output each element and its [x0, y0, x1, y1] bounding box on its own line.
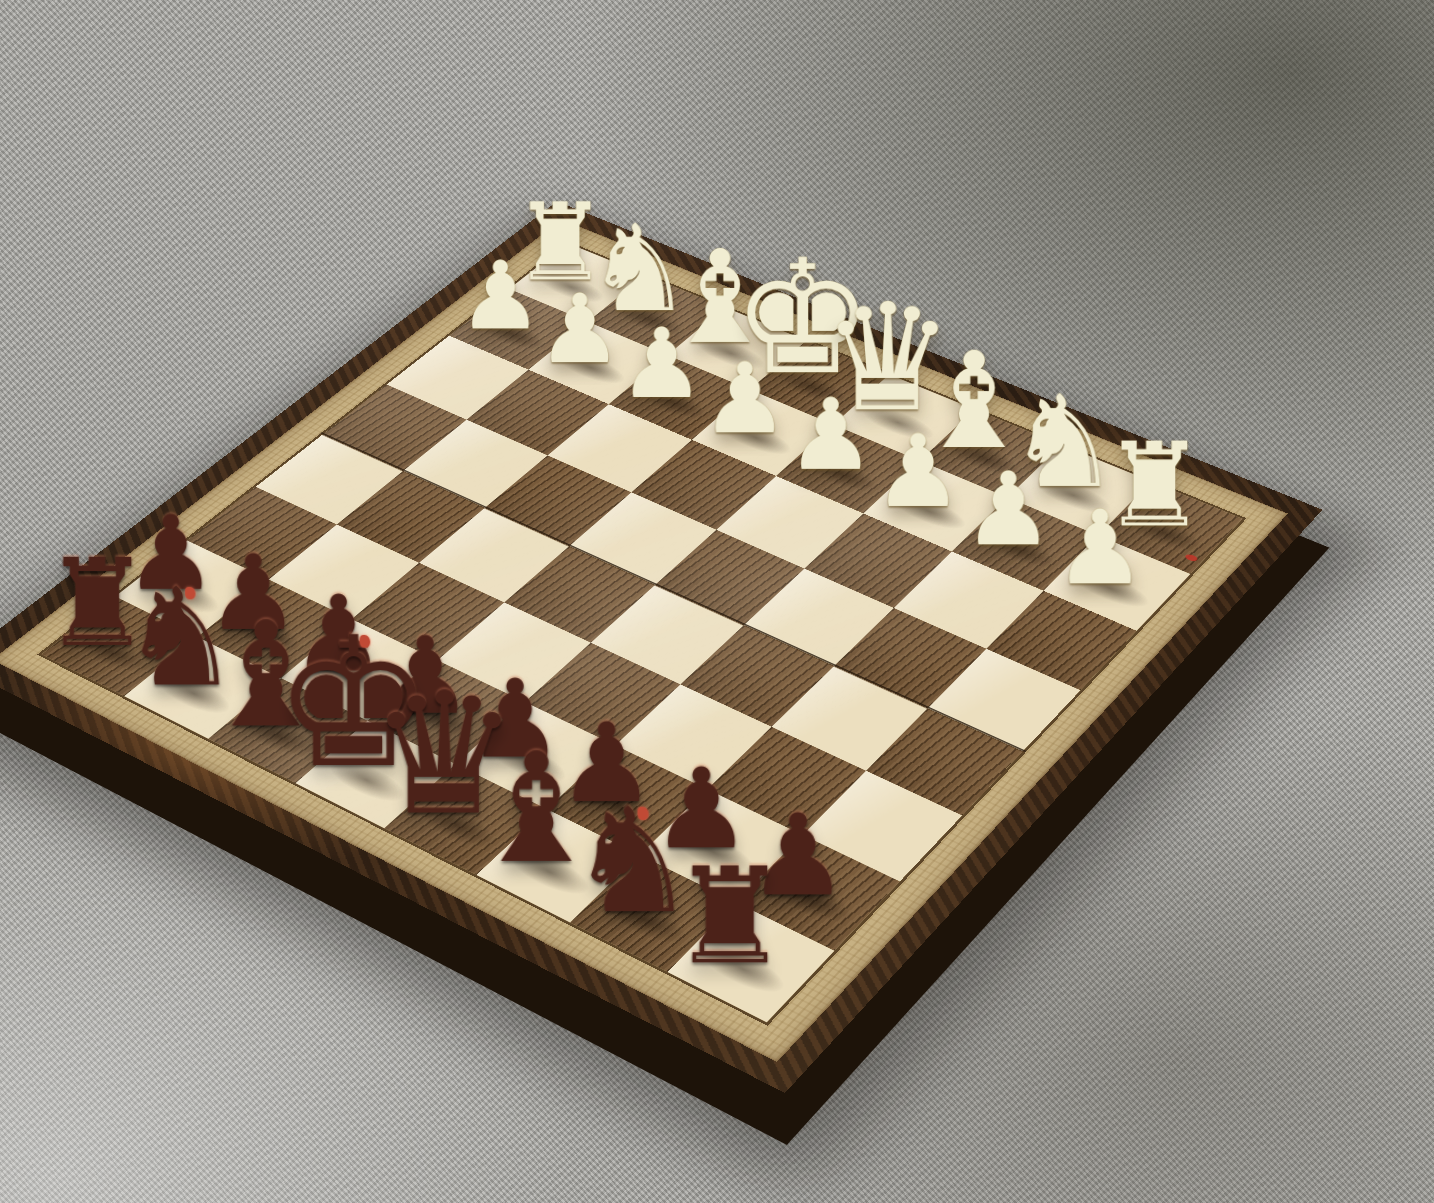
- paint-chip: [186, 586, 196, 598]
- board-stage: ♜♞♝♚♛♝♞♜♟♟♟♟♟♟♟♟♟♟♟♟♟♟♟♟♜♞♝♚♛♝♞♜: [0, 0, 1434, 1203]
- piece-black-rook-a8[interactable]: ♜: [671, 849, 790, 982]
- checkerboard: ♜♞♝♚♛♝♞♜♟♟♟♟♟♟♟♟♟♟♟♟♟♟♟♟♜♞♝♚♛♝♞♜: [37, 241, 1246, 1026]
- pine-border: ♜♞♝♚♛♝♞♜♟♟♟♟♟♟♟♟♟♟♟♟♟♟♟♟♜♞♝♚♛♝♞♜: [0, 219, 1288, 1062]
- piece-white-pawn-c2[interactable]: ♟: [874, 422, 964, 522]
- piece-white-pawn-a2[interactable]: ♟: [1055, 497, 1147, 599]
- piece-white-pawn-b2[interactable]: ♟: [963, 459, 1054, 560]
- piece-white-pawn-e2[interactable]: ♟: [702, 350, 789, 448]
- photo-scene: ♜♞♝♚♛♝♞♜♟♟♟♟♟♟♟♟♟♟♟♟♟♟♟♟♜♞♝♚♛♝♞♜: [0, 0, 1434, 1203]
- paint-chip: [361, 635, 372, 648]
- paint-chip: [638, 806, 649, 819]
- piece-white-pawn-g2[interactable]: ♟: [538, 282, 623, 377]
- chess-box: ♜♞♝♚♛♝♞♜♟♟♟♟♟♟♟♟♟♟♟♟♟♟♟♟♜♞♝♚♛♝♞♜: [0, 201, 1323, 1093]
- piece-white-pawn-f2[interactable]: ♟: [619, 315, 705, 411]
- piece-white-pawn-h2[interactable]: ♟: [458, 249, 542, 343]
- piece-white-pawn-d2[interactable]: ♟: [787, 385, 876, 484]
- red-mark: [1183, 553, 1199, 562]
